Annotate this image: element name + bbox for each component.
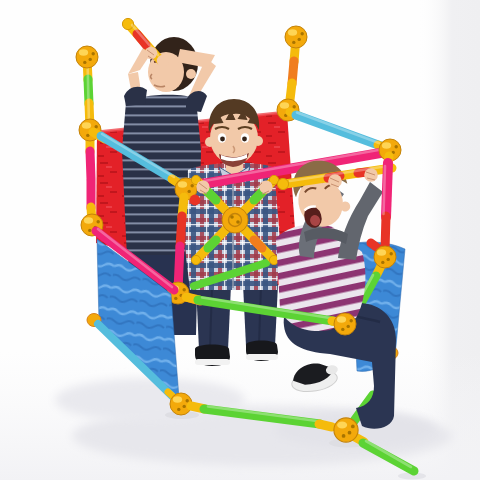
connector-ball xyxy=(285,26,307,48)
connector-ball xyxy=(374,246,396,268)
product-photo: Product photo: three boys playing with a… xyxy=(0,0,480,480)
boy-kneeling-hand xyxy=(364,168,378,182)
boy-left-hand xyxy=(157,55,169,67)
connector-ball xyxy=(334,418,358,442)
connector-ball xyxy=(334,313,356,335)
connector-ball xyxy=(76,46,98,68)
boy-middle-hand xyxy=(259,180,272,193)
fort-toy-scene xyxy=(0,0,480,480)
boy-middle-leg xyxy=(196,285,231,350)
